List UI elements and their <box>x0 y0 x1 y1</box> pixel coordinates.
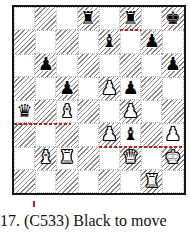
red-tick-below-board <box>33 201 35 207</box>
square-g7: ♟ <box>141 30 162 53</box>
square-h8: ♚ <box>162 7 183 30</box>
black-bishop-e7-piece: ♝ <box>101 32 117 50</box>
white-rook-g1-piece: ♜ <box>144 172 160 190</box>
square-a2 <box>14 147 35 170</box>
square-f2: ♛ <box>120 147 141 170</box>
black-rook-d8-piece: ♜ <box>80 9 96 27</box>
black-pawn-b6-piece: ♟ <box>38 55 54 73</box>
black-pawn-f5-piece: ♟ <box>122 79 138 97</box>
square-e4 <box>99 100 120 123</box>
white-bishop-c4-piece: ♝ <box>59 102 75 120</box>
square-c2: ♜ <box>56 147 77 170</box>
square-b3 <box>35 123 56 146</box>
square-d4 <box>78 100 99 123</box>
diagram-caption: 17. (C533) Black to move <box>0 212 190 230</box>
red-underline-e3-h3 <box>99 146 184 148</box>
white-pawn-e3-piece: ♟ <box>101 125 117 143</box>
square-c6 <box>56 54 77 77</box>
square-c5: ♟ <box>56 77 77 100</box>
red-underline-a4-c4 <box>14 123 71 125</box>
square-d2 <box>78 147 99 170</box>
square-g1: ♜ <box>141 170 162 193</box>
square-d3 <box>78 123 99 146</box>
white-rook-c2-piece: ♜ <box>59 148 75 166</box>
square-d8: ♜ <box>78 7 99 30</box>
square-h2: ♚ <box>162 147 183 170</box>
square-f5: ♟ <box>120 77 141 100</box>
square-b2: ♝ <box>35 147 56 170</box>
square-d6 <box>78 54 99 77</box>
black-king-h8-piece: ♚ <box>165 9 181 27</box>
white-pawn-f4-piece: ♟ <box>122 102 138 120</box>
black-rook-f8-piece: ♜ <box>122 9 138 27</box>
black-pawn-g7-piece: ♟ <box>144 32 160 50</box>
square-h1 <box>162 170 183 193</box>
square-a1 <box>14 170 35 193</box>
square-e6 <box>99 54 120 77</box>
square-h5 <box>162 77 183 100</box>
square-g4 <box>141 100 162 123</box>
square-b6: ♟ <box>35 54 56 77</box>
square-a3 <box>14 123 35 146</box>
square-e2 <box>99 147 120 170</box>
black-queen-a4-piece: ♛ <box>17 102 33 120</box>
square-f8: ♜ <box>120 7 141 30</box>
black-bishop-f3-piece: ♝ <box>122 125 138 143</box>
square-h4 <box>162 100 183 123</box>
chess-board: ♜♜♚♝♟♟♟♟♟♟♛♝♟♟♝♟♝♜♛♚♜ <box>12 5 186 195</box>
black-pawn-c5-piece: ♟ <box>59 79 75 97</box>
square-b1 <box>35 170 56 193</box>
square-g3 <box>141 123 162 146</box>
square-c7 <box>56 30 77 53</box>
white-king-h2-piece: ♚ <box>165 148 181 166</box>
square-e7: ♝ <box>99 30 120 53</box>
square-g5 <box>141 77 162 100</box>
square-h3: ♟ <box>162 123 183 146</box>
square-c3 <box>56 123 77 146</box>
white-bishop-b2-piece: ♝ <box>38 148 54 166</box>
square-f1 <box>120 170 141 193</box>
red-underline-f8 <box>120 29 141 31</box>
square-c8 <box>56 7 77 30</box>
square-a5 <box>14 77 35 100</box>
square-b8 <box>35 7 56 30</box>
square-e8 <box>99 7 120 30</box>
square-g6 <box>141 54 162 77</box>
square-f4: ♟ <box>120 100 141 123</box>
square-e3: ♟ <box>99 123 120 146</box>
square-b7 <box>35 30 56 53</box>
square-f7 <box>120 30 141 53</box>
square-c1 <box>56 170 77 193</box>
white-pawn-h3-piece: ♟ <box>165 125 181 143</box>
square-f6 <box>120 54 141 77</box>
square-c4: ♝ <box>56 100 77 123</box>
white-queen-f2-piece: ♛ <box>122 148 138 166</box>
square-g8 <box>141 7 162 30</box>
square-f3: ♝ <box>120 123 141 146</box>
square-e5: ♟ <box>99 77 120 100</box>
square-d5 <box>78 77 99 100</box>
square-b4 <box>35 100 56 123</box>
square-h7 <box>162 30 183 53</box>
square-a7 <box>14 30 35 53</box>
white-pawn-e5-piece: ♟ <box>101 79 117 97</box>
square-h6: ♟ <box>162 54 183 77</box>
black-pawn-h6-piece: ♟ <box>165 55 181 73</box>
square-a8 <box>14 7 35 30</box>
square-a4: ♛ <box>14 100 35 123</box>
square-b5 <box>35 77 56 100</box>
scanned-diagram-page: ♜♜♚♝♟♟♟♟♟♟♛♝♟♟♝♟♝♜♛♚♜ 17. (C533) Black t… <box>0 0 190 241</box>
square-g2 <box>141 147 162 170</box>
square-d7 <box>78 30 99 53</box>
square-e1 <box>99 170 120 193</box>
square-a6 <box>14 54 35 77</box>
square-d1 <box>78 170 99 193</box>
